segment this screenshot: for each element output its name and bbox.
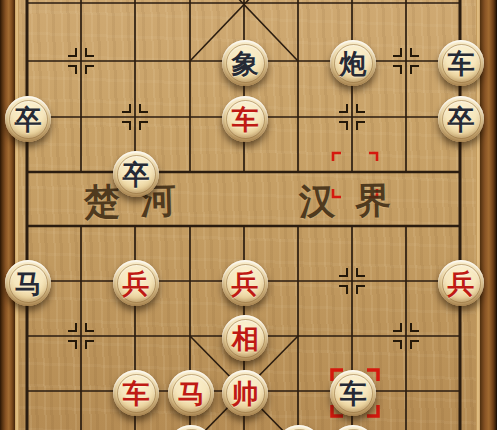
piece-glyph: 仕 [168,425,214,430]
piece-glyph: 马 [168,370,214,416]
piece-red-general-e8[interactable]: 帅 [222,370,268,416]
piece-glyph: 帅 [222,370,268,416]
piece-black-soldier-c4[interactable]: 卒 [113,151,159,197]
piece-red-advisor-d9[interactable]: 仕 [168,425,214,430]
piece-glyph: 卒 [113,151,159,197]
piece-red-horse-d8[interactable]: 马 [168,370,214,416]
piece-glyph: 车 [330,370,376,416]
piece-red-chariot-e3[interactable]: 车 [222,96,268,142]
piece-black-cannon-g2[interactable]: 炮 [330,40,376,86]
piece-black-soldier-i3[interactable]: 卒 [438,96,484,142]
piece-black-chariot-i2[interactable]: 车 [438,40,484,86]
xiangqi-board[interactable]: 楚河 汉界 象炮车卒车卒卒马兵兵兵相车马帅车仕仕相 [0,0,497,430]
piece-red-advisor-f9[interactable]: 仕 [276,425,322,430]
piece-glyph: 相 [330,425,376,430]
piece-red-soldier-c6[interactable]: 兵 [113,260,159,306]
piece-black-chariot-g8[interactable]: 车 [330,370,376,416]
piece-glyph: 车 [222,96,268,142]
piece-glyph: 兵 [113,260,159,306]
piece-glyph: 兵 [438,260,484,306]
piece-glyph: 卒 [438,96,484,142]
piece-red-elephant-g9[interactable]: 相 [330,425,376,430]
piece-glyph: 炮 [330,40,376,86]
piece-black-soldier-a3[interactable]: 卒 [5,96,51,142]
piece-black-horse-a6[interactable]: 马 [5,260,51,306]
piece-glyph: 车 [438,40,484,86]
piece-red-soldier-i6[interactable]: 兵 [438,260,484,306]
piece-glyph: 象 [222,40,268,86]
piece-glyph: 马 [5,260,51,306]
piece-glyph: 兵 [222,260,268,306]
piece-black-elephant-e2[interactable]: 象 [222,40,268,86]
piece-glyph: 相 [222,315,268,361]
river-text-han-jie: 汉界 [299,180,412,220]
piece-red-soldier-e6[interactable]: 兵 [222,260,268,306]
piece-red-chariot-c8[interactable]: 车 [113,370,159,416]
piece-red-elephant-e7[interactable]: 相 [222,315,268,361]
piece-glyph: 仕 [276,425,322,430]
wood-frame-left [0,0,15,430]
piece-glyph: 车 [113,370,159,416]
piece-glyph: 卒 [5,96,51,142]
frame-bevel-left [15,0,19,430]
